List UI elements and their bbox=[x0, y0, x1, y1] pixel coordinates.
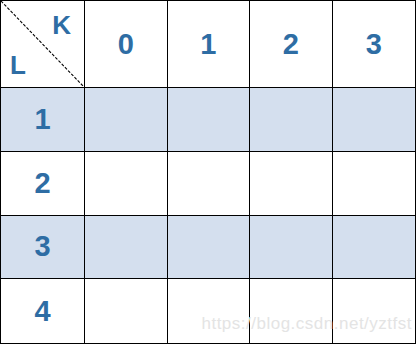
cell-L4-K0[interactable] bbox=[85, 279, 168, 343]
cell-L2-K0[interactable] bbox=[85, 152, 168, 216]
row-header-3: 3 bbox=[1, 216, 85, 280]
kl-grid: K L 0 1 2 3 1 2 3 4 bbox=[0, 0, 416, 344]
col-header-2: 2 bbox=[250, 1, 333, 88]
table-diagram: K L 0 1 2 3 1 2 3 4 https://blog.csdn.ne… bbox=[0, 0, 417, 345]
cell-L3-K3[interactable] bbox=[333, 216, 416, 280]
cell-L1-K2[interactable] bbox=[250, 88, 333, 152]
col-header-3: 3 bbox=[333, 1, 416, 88]
cell-L1-K0[interactable] bbox=[85, 88, 168, 152]
cell-L4-K3[interactable] bbox=[333, 279, 416, 343]
col-header-1: 1 bbox=[168, 1, 251, 88]
cell-L4-K2[interactable] bbox=[250, 279, 333, 343]
cell-L1-K3[interactable] bbox=[333, 88, 416, 152]
row-header-2: 2 bbox=[1, 152, 85, 216]
l-axis-label: L bbox=[10, 52, 26, 78]
k-axis-label: K bbox=[52, 12, 71, 38]
cell-L2-K2[interactable] bbox=[250, 152, 333, 216]
cell-L3-K2[interactable] bbox=[250, 216, 333, 280]
cell-L2-K3[interactable] bbox=[333, 152, 416, 216]
cell-L1-K1[interactable] bbox=[168, 88, 251, 152]
cell-L3-K1[interactable] bbox=[168, 216, 251, 280]
col-header-0: 0 bbox=[85, 1, 168, 88]
row-header-4: 4 bbox=[1, 279, 85, 343]
row-header-1: 1 bbox=[1, 88, 85, 152]
corner-cell: K L bbox=[1, 1, 85, 88]
cell-L2-K1[interactable] bbox=[168, 152, 251, 216]
cell-L4-K1[interactable] bbox=[168, 279, 251, 343]
cell-L3-K0[interactable] bbox=[85, 216, 168, 280]
